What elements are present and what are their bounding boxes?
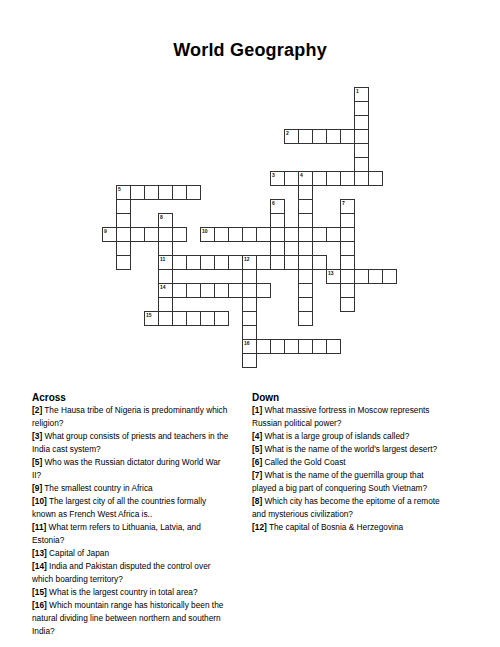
grid-cell[interactable] <box>298 199 313 214</box>
grid-cell[interactable] <box>256 255 271 270</box>
grid-cell[interactable] <box>340 255 355 270</box>
cell-number: 15 <box>146 312 152 318</box>
clue-item: [10] The largest city of all the countri… <box>32 495 230 521</box>
clue-item: [16] Which mountain range has historical… <box>32 599 230 638</box>
clue-item: [4] What is a large group of islands cal… <box>252 430 450 443</box>
grid-cell[interactable] <box>186 311 201 326</box>
clue-number: [10] <box>32 496 47 506</box>
grid-cell[interactable]: 1 <box>354 87 369 102</box>
cell-number: 7 <box>342 200 345 206</box>
cell-number: 10 <box>202 228 208 234</box>
grid-cell[interactable] <box>340 241 355 256</box>
grid-cell[interactable] <box>326 171 341 186</box>
grid-cell[interactable] <box>340 129 355 144</box>
clue-number: [1] <box>252 405 262 415</box>
grid-cell[interactable] <box>214 283 229 298</box>
grid-cell[interactable] <box>354 157 369 172</box>
grid-cell[interactable]: 4 <box>298 171 313 186</box>
grid-cell[interactable] <box>144 185 159 200</box>
grid-cell[interactable] <box>298 311 313 326</box>
puzzle-title: World Geography <box>0 40 500 61</box>
grid-cell[interactable]: 11 <box>158 255 173 270</box>
clue-number: [7] <box>252 470 262 480</box>
grid-cell[interactable] <box>144 227 159 242</box>
grid-cell[interactable] <box>270 255 285 270</box>
grid-cell[interactable] <box>298 129 313 144</box>
clue-number: [8] <box>252 496 262 506</box>
cell-number: 3 <box>272 172 275 178</box>
grid-cell[interactable] <box>214 311 229 326</box>
grid-cell[interactable] <box>312 171 327 186</box>
grid-cell[interactable] <box>326 339 341 354</box>
grid-cell[interactable] <box>298 297 313 312</box>
grid-cell[interactable] <box>130 227 145 242</box>
clue-item: [8] Which city has become the epitome of… <box>252 495 450 521</box>
grid-cell[interactable]: 7 <box>340 199 355 214</box>
grid-cell[interactable]: 6 <box>270 199 285 214</box>
clue-number: [15] <box>32 587 47 597</box>
clue-item: [5] What is the name of the world's larg… <box>252 443 450 456</box>
grid-cell[interactable] <box>354 171 369 186</box>
grid-cell[interactable] <box>242 283 257 298</box>
grid-cell[interactable]: 13 <box>326 269 341 284</box>
cell-number: 12 <box>244 256 250 262</box>
grid-cell[interactable] <box>228 255 243 270</box>
grid-cell[interactable] <box>340 269 355 284</box>
cell-number: 2 <box>286 130 289 136</box>
grid-cell[interactable] <box>284 339 299 354</box>
grid-cell[interactable] <box>326 129 341 144</box>
grid-cell[interactable] <box>172 185 187 200</box>
grid-cell[interactable] <box>130 185 145 200</box>
grid-cell[interactable] <box>172 255 187 270</box>
grid-cell[interactable]: 8 <box>158 213 173 228</box>
grid-cell[interactable] <box>158 297 173 312</box>
grid-cell[interactable] <box>256 339 271 354</box>
grid-cell[interactable] <box>340 297 355 312</box>
grid-cell[interactable] <box>116 241 131 256</box>
grid-cell[interactable] <box>172 311 187 326</box>
clue-item: [1] What massive fortress in Moscow repr… <box>252 404 450 430</box>
grid-cell[interactable] <box>354 129 369 144</box>
grid-cell[interactable] <box>214 227 229 242</box>
across-clues-column: Across [2] The Hausa tribe of Nigeria is… <box>32 391 230 638</box>
clue-item: [14] India and Pakistan disputed the con… <box>32 560 230 586</box>
clue-item: [15] What is the largest country in tota… <box>32 586 230 599</box>
cell-number: 4 <box>300 172 303 178</box>
grid-cell[interactable]: 5 <box>116 185 131 200</box>
grid-cell[interactable] <box>382 269 397 284</box>
grid-cell[interactable] <box>298 241 313 256</box>
grid-cell[interactable] <box>172 227 187 242</box>
clue-number: [2] <box>32 405 42 415</box>
clue-item: [12] The capital of Bosnia & Herzegovina <box>252 521 450 534</box>
grid-cell[interactable] <box>298 283 313 298</box>
grid-cell[interactable] <box>354 101 369 116</box>
cell-number: 8 <box>160 214 163 220</box>
grid-cell[interactable] <box>186 185 201 200</box>
grid-cell[interactable] <box>242 269 257 284</box>
cell-number: 14 <box>160 284 166 290</box>
clue-item: [7] What is the name of the guerrilla gr… <box>252 469 450 495</box>
grid-cell[interactable] <box>158 185 173 200</box>
grid-cell[interactable] <box>354 143 369 158</box>
down-clues-list: [1] What massive fortress in Moscow repr… <box>252 404 450 534</box>
grid-cell[interactable] <box>312 227 327 242</box>
grid-cell[interactable]: 15 <box>144 311 159 326</box>
grid-cell[interactable]: 2 <box>284 129 299 144</box>
grid-cell[interactable] <box>256 283 271 298</box>
clue-number: [16] <box>32 600 47 610</box>
grid-cell[interactable] <box>158 269 173 284</box>
grid-cell[interactable] <box>368 269 383 284</box>
grid-cell[interactable] <box>298 339 313 354</box>
clue-item: [9] The smallest country in Africa <box>32 482 230 495</box>
grid-cell[interactable] <box>242 353 257 368</box>
clue-item: [6] Called the Gold Coast <box>252 456 450 469</box>
grid-cell[interactable] <box>340 227 355 242</box>
cell-number: 1 <box>356 88 359 94</box>
page: World Geography 12345678910111213141516 … <box>0 0 500 647</box>
crossword-grid: 12345678910111213141516 <box>102 87 397 368</box>
grid-cell[interactable] <box>116 227 131 242</box>
cell-number: 9 <box>104 228 107 234</box>
grid-cell[interactable] <box>228 283 243 298</box>
grid-cell[interactable] <box>172 283 187 298</box>
clue-number: [5] <box>32 457 42 467</box>
grid-cell[interactable]: 3 <box>270 171 285 186</box>
grid-cell[interactable]: 12 <box>242 255 257 270</box>
clue-number: [3] <box>32 431 42 441</box>
grid-cell[interactable] <box>200 255 215 270</box>
grid-cell[interactable] <box>284 255 299 270</box>
grid-cell[interactable] <box>298 269 313 284</box>
clue-item: [3] What group consists of priests and t… <box>32 430 230 456</box>
grid-cell[interactable] <box>270 241 285 256</box>
clue-item: [13] Capital of Japan <box>32 547 230 560</box>
grid-cell[interactable]: 9 <box>102 227 117 242</box>
across-clues-list: [2] The Hausa tribe of Nigeria is predom… <box>32 404 230 638</box>
grid-cell[interactable] <box>200 283 215 298</box>
grid-cell[interactable] <box>354 269 369 284</box>
grid-cell[interactable] <box>298 227 313 242</box>
cell-number: 16 <box>244 340 250 346</box>
clue-number: [6] <box>252 457 262 467</box>
clue-number: [4] <box>252 431 262 441</box>
down-header: Down <box>252 391 450 404</box>
grid-cell[interactable] <box>116 255 131 270</box>
cell-number: 11 <box>160 256 165 262</box>
clue-item: [5] Who was the Russian dictator during … <box>32 456 230 482</box>
grid-cell[interactable] <box>256 227 271 242</box>
grid-cell[interactable] <box>228 227 243 242</box>
clue-number: [12] <box>252 522 267 532</box>
grid-cell[interactable] <box>354 115 369 130</box>
clue-item: [2] The Hausa tribe of Nigeria is predom… <box>32 404 230 430</box>
grid-cell[interactable] <box>158 311 173 326</box>
grid-cell[interactable]: 10 <box>200 227 215 242</box>
grid-cell[interactable] <box>270 213 285 228</box>
cell-number: 5 <box>118 186 121 192</box>
grid-cell[interactable] <box>298 255 313 270</box>
down-clues-column: Down [1] What massive fortress in Moscow… <box>252 391 450 534</box>
grid-cell[interactable] <box>200 311 215 326</box>
grid-cell[interactable] <box>242 311 257 326</box>
grid-cell[interactable] <box>116 199 131 214</box>
grid-cell[interactable] <box>270 227 285 242</box>
clue-number: [14] <box>32 561 47 571</box>
grid-cell[interactable] <box>312 255 327 270</box>
grid-cell[interactable] <box>186 283 201 298</box>
grid-cell[interactable] <box>242 227 257 242</box>
clue-number: [11] <box>32 522 46 532</box>
cell-number: 6 <box>272 200 275 206</box>
grid-cell[interactable]: 14 <box>158 283 173 298</box>
grid-cell[interactable] <box>116 213 131 228</box>
clue-number: [9] <box>32 483 42 493</box>
grid-cell[interactable] <box>242 297 257 312</box>
grid-cell[interactable] <box>340 283 355 298</box>
grid-cell[interactable] <box>298 185 313 200</box>
grid-cell[interactable] <box>312 129 327 144</box>
grid-cell[interactable] <box>298 213 313 228</box>
cell-number: 13 <box>328 270 334 276</box>
grid-cell[interactable] <box>284 227 299 242</box>
grid-cell[interactable] <box>242 325 257 340</box>
clue-item: [11] What term refers to Lithuania, Latv… <box>32 521 230 547</box>
grid-cell[interactable] <box>186 255 201 270</box>
grid-cell[interactable] <box>312 339 327 354</box>
grid-cell[interactable] <box>284 171 299 186</box>
grid-cell[interactable] <box>326 227 341 242</box>
grid-cell[interactable] <box>368 171 383 186</box>
clue-number: [13] <box>32 548 47 558</box>
grid-cell[interactable] <box>270 339 285 354</box>
grid-cell[interactable]: 16 <box>242 339 257 354</box>
clue-number: [5] <box>252 444 262 454</box>
grid-cell[interactable] <box>158 227 173 242</box>
across-header: Across <box>32 391 230 404</box>
grid-cell[interactable] <box>214 255 229 270</box>
grid-cell[interactable] <box>158 241 173 256</box>
grid-cell[interactable] <box>340 213 355 228</box>
grid-cell[interactable] <box>340 171 355 186</box>
